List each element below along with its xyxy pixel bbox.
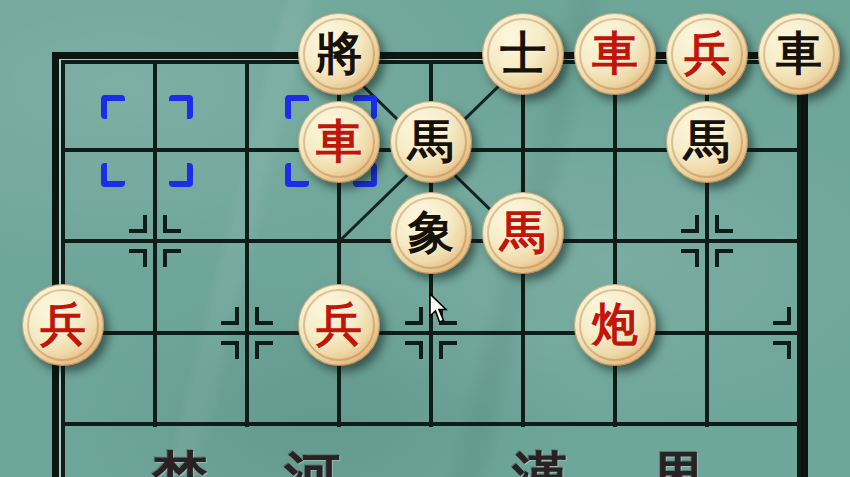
mouse-cursor bbox=[429, 293, 451, 325]
xiangqi-board-screen: 楚河漢界 將士車兵車車馬馬象馬兵兵炮 bbox=[0, 0, 850, 477]
